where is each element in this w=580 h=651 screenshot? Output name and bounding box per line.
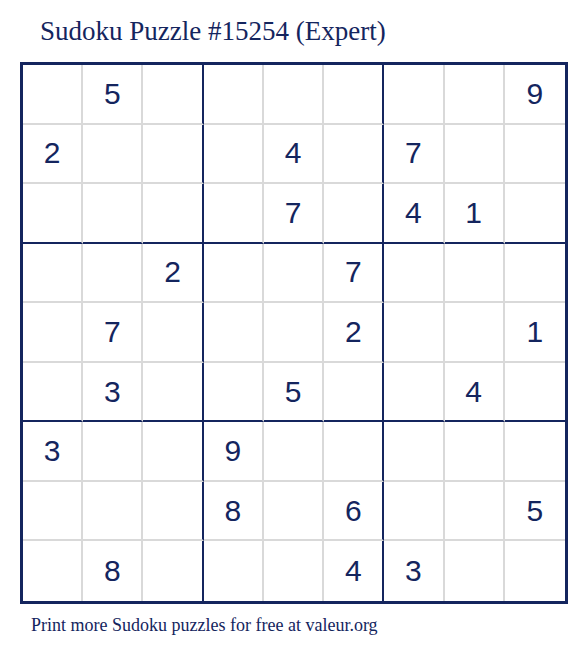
cell-r3c4[interactable] <box>204 184 264 244</box>
cell-r5c3[interactable] <box>143 303 203 363</box>
cell-r7c9[interactable] <box>505 422 565 482</box>
cell-r5c8[interactable] <box>445 303 505 363</box>
cell-r3c9[interactable] <box>505 184 565 244</box>
cell-r8c7[interactable] <box>384 482 444 542</box>
cell-r6c3[interactable] <box>143 363 203 423</box>
cell-r9c2[interactable]: 8 <box>83 541 143 601</box>
cell-r7c3[interactable] <box>143 422 203 482</box>
page-title: Sudoku Puzzle #15254 (Expert) <box>40 16 386 47</box>
cell-r2c4[interactable] <box>204 125 264 185</box>
cell-r9c3[interactable] <box>143 541 203 601</box>
cell-r4c2[interactable] <box>83 244 143 304</box>
cell-r4c7[interactable] <box>384 244 444 304</box>
cell-r3c6[interactable] <box>324 184 384 244</box>
cell-r7c4[interactable]: 9 <box>204 422 264 482</box>
cell-r4c3[interactable]: 2 <box>143 244 203 304</box>
cell-r1c5[interactable] <box>264 65 324 125</box>
cell-r6c7[interactable] <box>384 363 444 423</box>
cell-r8c9[interactable]: 5 <box>505 482 565 542</box>
cell-r4c9[interactable] <box>505 244 565 304</box>
cell-r9c7[interactable]: 3 <box>384 541 444 601</box>
cell-r3c1[interactable] <box>23 184 83 244</box>
cell-r8c2[interactable] <box>83 482 143 542</box>
cell-r6c4[interactable] <box>204 363 264 423</box>
cell-r1c3[interactable] <box>143 65 203 125</box>
cell-r8c5[interactable] <box>264 482 324 542</box>
cell-r1c2[interactable]: 5 <box>83 65 143 125</box>
cell-r3c7[interactable]: 4 <box>384 184 444 244</box>
cell-r6c5[interactable]: 5 <box>264 363 324 423</box>
cell-r7c5[interactable] <box>264 422 324 482</box>
cell-r4c1[interactable] <box>23 244 83 304</box>
cell-r5c9[interactable]: 1 <box>505 303 565 363</box>
cell-r2c3[interactable] <box>143 125 203 185</box>
cell-r5c7[interactable] <box>384 303 444 363</box>
cell-r4c8[interactable] <box>445 244 505 304</box>
cell-r6c9[interactable] <box>505 363 565 423</box>
cell-r2c1[interactable]: 2 <box>23 125 83 185</box>
cell-r8c8[interactable] <box>445 482 505 542</box>
footer-note: Print more Sudoku puzzles for free at va… <box>31 615 378 636</box>
cell-r2c9[interactable] <box>505 125 565 185</box>
cell-r2c2[interactable] <box>83 125 143 185</box>
cell-r3c2[interactable] <box>83 184 143 244</box>
cell-r6c8[interactable]: 4 <box>445 363 505 423</box>
cell-r5c1[interactable] <box>23 303 83 363</box>
cell-r3c5[interactable]: 7 <box>264 184 324 244</box>
cell-r5c6[interactable]: 2 <box>324 303 384 363</box>
cell-r5c5[interactable] <box>264 303 324 363</box>
cell-r4c4[interactable] <box>204 244 264 304</box>
cell-r6c6[interactable] <box>324 363 384 423</box>
cell-r8c3[interactable] <box>143 482 203 542</box>
cell-r1c8[interactable] <box>445 65 505 125</box>
cell-r1c7[interactable] <box>384 65 444 125</box>
cell-r4c6[interactable]: 7 <box>324 244 384 304</box>
cell-r6c2[interactable]: 3 <box>83 363 143 423</box>
cell-r3c3[interactable] <box>143 184 203 244</box>
cell-r2c6[interactable] <box>324 125 384 185</box>
cell-r9c1[interactable] <box>23 541 83 601</box>
cell-r7c7[interactable] <box>384 422 444 482</box>
cell-r2c8[interactable] <box>445 125 505 185</box>
sudoku-board: 592477412772135439865843 <box>20 62 568 604</box>
cell-r7c6[interactable] <box>324 422 384 482</box>
cell-r8c6[interactable]: 6 <box>324 482 384 542</box>
cell-r8c4[interactable]: 8 <box>204 482 264 542</box>
cell-r7c8[interactable] <box>445 422 505 482</box>
cell-r9c4[interactable] <box>204 541 264 601</box>
cell-r1c4[interactable] <box>204 65 264 125</box>
cell-r1c1[interactable] <box>23 65 83 125</box>
cell-r7c2[interactable] <box>83 422 143 482</box>
cell-r9c8[interactable] <box>445 541 505 601</box>
cell-r9c6[interactable]: 4 <box>324 541 384 601</box>
cell-r4c5[interactable] <box>264 244 324 304</box>
cell-r1c6[interactable] <box>324 65 384 125</box>
cell-r2c7[interactable]: 7 <box>384 125 444 185</box>
cell-r1c9[interactable]: 9 <box>505 65 565 125</box>
cell-r2c5[interactable]: 4 <box>264 125 324 185</box>
cell-r9c9[interactable] <box>505 541 565 601</box>
cell-r5c2[interactable]: 7 <box>83 303 143 363</box>
sudoku-page: Sudoku Puzzle #15254 (Expert) 5924774127… <box>0 0 580 651</box>
cell-r8c1[interactable] <box>23 482 83 542</box>
cell-r7c1[interactable]: 3 <box>23 422 83 482</box>
cell-r3c8[interactable]: 1 <box>445 184 505 244</box>
cell-r5c4[interactable] <box>204 303 264 363</box>
cell-r6c1[interactable] <box>23 363 83 423</box>
cell-r9c5[interactable] <box>264 541 324 601</box>
